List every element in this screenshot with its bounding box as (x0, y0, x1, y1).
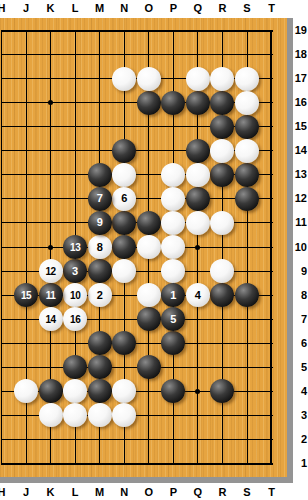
grid-line-horizontal (1, 54, 273, 55)
black-stone-m9[interactable] (88, 259, 112, 283)
black-stone-r4[interactable] (210, 379, 234, 403)
move-12-white-stone-k9[interactable]: 12 (39, 259, 63, 283)
row-label-14: 14 (293, 143, 307, 158)
white-stone-o17[interactable] (137, 67, 161, 91)
black-stone-n6[interactable] (112, 331, 136, 355)
star-point (195, 389, 200, 394)
go-board[interactable]: 12345678910111213141516 (0, 18, 287, 477)
white-stone-r17[interactable] (210, 67, 234, 91)
white-stone-p13[interactable] (161, 163, 185, 187)
white-stone-p10[interactable] (161, 235, 185, 259)
move-8-white-stone-m10[interactable]: 8 (88, 235, 112, 259)
move-number: 7 (97, 193, 103, 204)
black-stone-r16[interactable] (210, 91, 234, 115)
column-label-L: L (65, 486, 85, 499)
white-stone-p11[interactable] (161, 211, 185, 235)
column-label-M: M (90, 486, 110, 499)
right-coordinate-labels: 19181716151413121110987654321 (293, 0, 308, 500)
move-10-white-stone-l8[interactable]: 10 (63, 283, 87, 307)
move-number: 3 (72, 266, 78, 277)
black-stone-k4[interactable] (39, 379, 63, 403)
white-stone-r11[interactable] (210, 211, 234, 235)
white-stone-o10[interactable] (137, 235, 161, 259)
black-stone-s12[interactable] (235, 187, 259, 211)
move-number: 9 (97, 217, 103, 228)
row-label-10: 10 (293, 240, 307, 255)
grid-line-horizontal (1, 198, 273, 199)
star-point (195, 245, 200, 250)
star-point (48, 245, 53, 250)
white-stone-s16[interactable] (235, 91, 259, 115)
white-stone-m3[interactable] (88, 403, 112, 427)
column-label-P: P (163, 2, 183, 15)
column-label-T: T (262, 486, 282, 499)
move-number: 2 (97, 290, 103, 301)
row-label-18: 18 (293, 47, 307, 62)
black-stone-p16[interactable] (161, 91, 185, 115)
go-diagram: HJKLMNOPQRST 12345678910111213141516 191… (0, 0, 308, 500)
black-stone-n10[interactable] (112, 235, 136, 259)
row-label-3: 3 (293, 408, 307, 423)
move-number: 15 (21, 290, 31, 301)
column-label-N: N (114, 2, 134, 15)
column-label-R: R (212, 486, 232, 499)
bottom-coordinate-labels: HJKLMNOPQRST (0, 483, 308, 500)
move-number: 1 (170, 290, 176, 301)
column-label-L: L (65, 2, 85, 15)
black-stone-o11[interactable] (137, 211, 161, 235)
white-stone-l3[interactable] (63, 403, 87, 427)
row-label-11: 11 (293, 215, 307, 230)
move-number: 13 (70, 242, 80, 253)
row-label-6: 6 (293, 336, 307, 351)
move-9-black-stone-m11[interactable]: 9 (88, 211, 112, 235)
move-16-white-stone-l7[interactable]: 16 (63, 307, 87, 331)
column-label-S: S (237, 486, 257, 499)
move-4-white-stone-q8[interactable]: 4 (186, 283, 210, 307)
move-13-black-stone-l10[interactable]: 13 (63, 235, 87, 259)
white-stone-r9[interactable] (210, 259, 234, 283)
black-stone-o5[interactable] (137, 355, 161, 379)
move-number: 16 (70, 314, 80, 325)
column-label-N: N (114, 486, 134, 499)
black-stone-r13[interactable] (210, 163, 234, 187)
column-label-P: P (163, 486, 183, 499)
white-stone-r14[interactable] (210, 139, 234, 163)
column-label-O: O (139, 2, 159, 15)
move-7-black-stone-m12[interactable]: 7 (88, 187, 112, 211)
white-stone-s14[interactable] (235, 139, 259, 163)
black-stone-s8[interactable] (235, 283, 259, 307)
white-stone-n17[interactable] (112, 67, 136, 91)
black-stone-p6[interactable] (161, 331, 185, 355)
white-stone-n13[interactable] (112, 163, 136, 187)
grid-line-horizontal (1, 439, 273, 440)
black-stone-r15[interactable] (210, 115, 234, 139)
black-stone-m13[interactable] (88, 163, 112, 187)
white-stone-j4[interactable] (14, 379, 38, 403)
move-15-black-stone-j8[interactable]: 15 (14, 283, 38, 307)
black-stone-m4[interactable] (88, 379, 112, 403)
black-stone-q12[interactable] (186, 187, 210, 211)
top-coordinate-labels: HJKLMNOPQRST (0, 0, 308, 18)
black-stone-p4[interactable] (161, 379, 185, 403)
white-stone-n4[interactable] (112, 379, 136, 403)
black-stone-m5[interactable] (88, 355, 112, 379)
black-stone-o16[interactable] (137, 91, 161, 115)
row-label-13: 13 (293, 167, 307, 182)
move-3-black-stone-l9[interactable]: 3 (63, 259, 87, 283)
row-label-4: 4 (293, 384, 307, 399)
column-label-T: T (262, 2, 282, 15)
white-stone-n9[interactable] (112, 259, 136, 283)
column-label-K: K (41, 2, 61, 15)
move-5-black-stone-p7[interactable]: 5 (161, 307, 185, 331)
move-number: 5 (170, 314, 176, 325)
black-stone-n14[interactable] (112, 139, 136, 163)
move-14-white-stone-k7[interactable]: 14 (39, 307, 63, 331)
star-point (48, 100, 53, 105)
white-stone-p9[interactable] (161, 259, 185, 283)
grid-line-horizontal (1, 463, 273, 465)
column-label-M: M (90, 2, 110, 15)
black-stone-m6[interactable] (88, 331, 112, 355)
white-stone-q11[interactable] (186, 211, 210, 235)
column-label-H: H (0, 486, 12, 499)
row-label-2: 2 (293, 432, 307, 447)
column-label-K: K (41, 486, 61, 499)
move-number: 14 (46, 314, 56, 325)
column-label-S: S (237, 2, 257, 15)
move-1-black-stone-p8[interactable]: 1 (161, 283, 185, 307)
grid-line-horizontal (1, 343, 273, 344)
white-stone-q17[interactable] (186, 67, 210, 91)
row-label-9: 9 (293, 264, 307, 279)
white-stone-n3[interactable] (112, 403, 136, 427)
move-number: 6 (121, 193, 127, 204)
black-stone-q16[interactable] (186, 91, 210, 115)
move-number: 10 (70, 290, 80, 301)
white-stone-s17[interactable] (235, 67, 259, 91)
column-label-Q: Q (188, 486, 208, 499)
row-label-12: 12 (293, 191, 307, 206)
move-number: 8 (97, 242, 103, 253)
white-stone-p12[interactable] (161, 187, 185, 211)
black-stone-s15[interactable] (235, 115, 259, 139)
black-stone-q14[interactable] (186, 139, 210, 163)
move-2-white-stone-m8[interactable]: 2 (88, 283, 112, 307)
move-number: 11 (46, 290, 56, 301)
row-label-1: 1 (293, 456, 307, 471)
row-label-17: 17 (293, 71, 307, 86)
column-label-R: R (212, 2, 232, 15)
black-stone-s13[interactable] (235, 163, 259, 187)
move-number: 12 (46, 266, 56, 277)
white-stone-k3[interactable] (39, 403, 63, 427)
black-stone-n11[interactable] (112, 211, 136, 235)
row-label-8: 8 (293, 288, 307, 303)
column-label-H: H (0, 2, 12, 15)
row-label-15: 15 (293, 119, 307, 134)
row-label-5: 5 (293, 360, 307, 375)
white-stone-o8[interactable] (137, 283, 161, 307)
white-stone-q13[interactable] (186, 163, 210, 187)
black-stone-o7[interactable] (137, 307, 161, 331)
column-label-Q: Q (188, 2, 208, 15)
grid-line-horizontal (1, 30, 273, 32)
row-label-16: 16 (293, 95, 307, 110)
row-label-19: 19 (293, 23, 307, 38)
move-number: 4 (195, 290, 201, 301)
row-label-7: 7 (293, 312, 307, 327)
column-label-J: J (16, 2, 36, 15)
white-stone-l4[interactable] (63, 379, 87, 403)
black-stone-l5[interactable] (63, 355, 87, 379)
column-label-O: O (139, 486, 159, 499)
black-stone-r8[interactable] (210, 283, 234, 307)
column-label-J: J (16, 486, 36, 499)
move-6-white-stone-n12[interactable]: 6 (112, 187, 136, 211)
move-11-black-stone-k8[interactable]: 11 (39, 283, 63, 307)
